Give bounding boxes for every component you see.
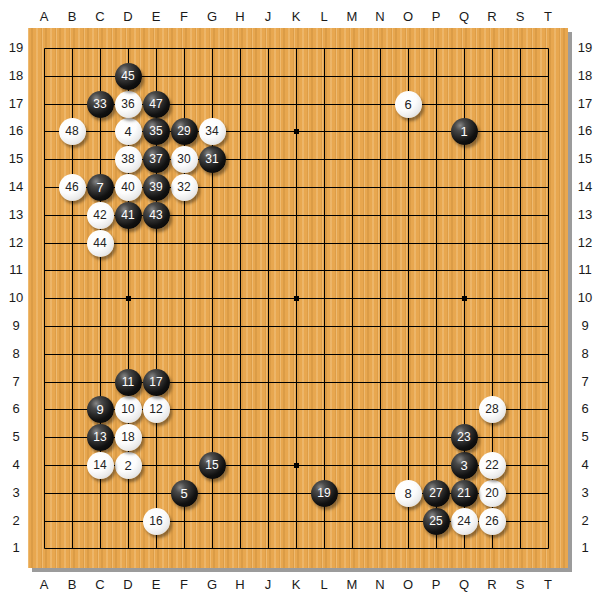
stone-white-q2[interactable]: 24 <box>451 508 478 535</box>
star-point-d10 <box>126 296 131 301</box>
column-label-bottom-L: L <box>310 577 338 593</box>
move-number: 19 <box>317 486 330 500</box>
row-label-right-15: 15 <box>572 151 598 167</box>
row-label-right-1: 1 <box>572 540 598 556</box>
move-number: 9 <box>96 402 103 417</box>
stone-white-f14[interactable]: 32 <box>171 174 198 201</box>
move-number: 12 <box>149 402 162 416</box>
move-number: 39 <box>149 180 162 194</box>
column-label-bottom-F: F <box>170 577 198 593</box>
column-label-top-S: S <box>506 9 534 25</box>
move-number: 48 <box>65 124 78 138</box>
stone-white-o3[interactable]: 8 <box>395 480 422 507</box>
move-number: 23 <box>457 430 470 444</box>
stone-black-p3[interactable]: 27 <box>423 480 450 507</box>
stone-black-c17[interactable]: 33 <box>87 91 114 118</box>
move-number: 37 <box>149 152 162 166</box>
column-label-bottom-E: E <box>142 577 170 593</box>
stone-white-b16[interactable]: 48 <box>59 118 86 145</box>
row-label-left-11: 11 <box>4 262 28 278</box>
row-label-left-4: 4 <box>4 457 28 473</box>
stone-black-c6[interactable]: 9 <box>87 396 114 423</box>
move-number: 42 <box>93 208 106 222</box>
column-label-top-F: F <box>170 9 198 25</box>
move-number: 18 <box>121 430 134 444</box>
stone-black-e13[interactable]: 43 <box>143 202 170 229</box>
column-label-top-Q: Q <box>450 9 478 25</box>
move-number: 17 <box>149 375 162 389</box>
row-label-left-14: 14 <box>4 179 28 195</box>
move-number: 22 <box>485 458 498 472</box>
stone-white-e6[interactable]: 12 <box>143 396 170 423</box>
row-label-right-14: 14 <box>572 179 598 195</box>
stone-black-e7[interactable]: 17 <box>143 369 170 396</box>
column-label-bottom-P: P <box>422 577 450 593</box>
move-number: 33 <box>93 97 106 111</box>
move-number: 44 <box>93 236 106 250</box>
star-point-k4 <box>294 463 299 468</box>
column-label-top-T: T <box>534 9 562 25</box>
stone-white-c13[interactable]: 42 <box>87 202 114 229</box>
stone-white-d17[interactable]: 36 <box>115 91 142 118</box>
row-label-right-6: 6 <box>572 401 598 417</box>
move-number: 40 <box>121 180 134 194</box>
stone-white-b14[interactable]: 46 <box>59 174 86 201</box>
column-label-bottom-S: S <box>506 577 534 593</box>
row-label-left-18: 18 <box>4 68 28 84</box>
move-number: 10 <box>121 402 134 416</box>
stone-white-e2[interactable]: 16 <box>143 508 170 535</box>
move-number: 3 <box>460 458 467 473</box>
row-label-right-11: 11 <box>572 262 598 278</box>
row-label-left-7: 7 <box>4 374 28 390</box>
column-label-bottom-A: A <box>30 577 58 593</box>
row-label-left-17: 17 <box>4 96 28 112</box>
column-label-bottom-K: K <box>282 577 310 593</box>
move-number: 8 <box>404 486 411 501</box>
move-number: 45 <box>121 69 134 83</box>
column-label-bottom-O: O <box>394 577 422 593</box>
move-number: 31 <box>205 152 218 166</box>
move-number: 4 <box>124 124 131 139</box>
column-label-top-P: P <box>422 9 450 25</box>
row-label-right-10: 10 <box>572 290 598 306</box>
column-label-top-G: G <box>198 9 226 25</box>
stone-black-g15[interactable]: 31 <box>199 146 226 173</box>
star-point-k16 <box>294 129 299 134</box>
row-label-right-13: 13 <box>572 207 598 223</box>
stone-white-r6[interactable]: 28 <box>479 396 506 423</box>
stone-white-d16[interactable]: 4 <box>115 118 142 145</box>
row-label-right-12: 12 <box>572 235 598 251</box>
column-label-bottom-G: G <box>198 577 226 593</box>
stone-white-d5[interactable]: 18 <box>115 424 142 451</box>
row-label-left-16: 16 <box>4 123 28 139</box>
stone-white-c4[interactable]: 14 <box>87 452 114 479</box>
stone-black-e14[interactable]: 39 <box>143 174 170 201</box>
column-label-top-O: O <box>394 9 422 25</box>
move-number: 35 <box>149 124 162 138</box>
column-label-bottom-R: R <box>478 577 506 593</box>
column-label-bottom-D: D <box>114 577 142 593</box>
go-board[interactable]: 1234567891011121314151617181920212223242… <box>28 28 568 568</box>
move-number: 43 <box>149 208 162 222</box>
stone-black-e16[interactable]: 35 <box>143 118 170 145</box>
stone-white-f15[interactable]: 30 <box>171 146 198 173</box>
row-label-right-7: 7 <box>572 374 598 390</box>
stone-black-g4[interactable]: 15 <box>199 452 226 479</box>
stone-black-q5[interactable]: 23 <box>451 424 478 451</box>
move-number: 30 <box>177 152 190 166</box>
column-label-bottom-H: H <box>226 577 254 593</box>
stone-white-o17[interactable]: 6 <box>395 91 422 118</box>
star-point-k10 <box>294 296 299 301</box>
row-label-right-4: 4 <box>572 457 598 473</box>
column-label-top-K: K <box>282 9 310 25</box>
move-number: 11 <box>122 375 134 389</box>
stone-white-g16[interactable]: 34 <box>199 118 226 145</box>
move-number: 1 <box>460 124 467 139</box>
stone-black-d18[interactable]: 45 <box>115 63 142 90</box>
move-number: 15 <box>205 458 218 472</box>
column-label-bottom-N: N <box>366 577 394 593</box>
stone-black-l3[interactable]: 19 <box>311 480 338 507</box>
column-label-top-D: D <box>114 9 142 25</box>
row-label-left-8: 8 <box>4 346 28 362</box>
row-label-left-12: 12 <box>4 235 28 251</box>
row-label-left-9: 9 <box>4 318 28 334</box>
move-number: 5 <box>180 486 187 501</box>
stone-black-e17[interactable]: 47 <box>143 91 170 118</box>
move-number: 7 <box>96 180 103 195</box>
column-label-top-J: J <box>254 9 282 25</box>
move-number: 21 <box>457 486 470 500</box>
move-number: 41 <box>121 208 134 222</box>
column-label-top-N: N <box>366 9 394 25</box>
row-label-left-19: 19 <box>4 40 28 56</box>
move-number: 25 <box>429 514 442 528</box>
go-diagram-page: ABCDEFGHJKLMNOPQRST ABCDEFGHJKLMNOPQRST … <box>0 0 600 600</box>
move-number: 29 <box>177 124 190 138</box>
stone-black-p2[interactable]: 25 <box>423 508 450 535</box>
move-number: 24 <box>457 514 470 528</box>
star-point-q10 <box>462 296 467 301</box>
column-label-top-C: C <box>86 9 114 25</box>
stone-white-d6[interactable]: 10 <box>115 396 142 423</box>
row-label-right-2: 2 <box>572 513 598 529</box>
stone-white-r3[interactable]: 20 <box>479 480 506 507</box>
move-number: 14 <box>93 458 106 472</box>
row-label-right-5: 5 <box>572 429 598 445</box>
row-label-left-6: 6 <box>4 401 28 417</box>
move-number: 27 <box>429 486 442 500</box>
row-label-right-16: 16 <box>572 123 598 139</box>
column-label-bottom-T: T <box>534 577 562 593</box>
row-label-left-5: 5 <box>4 429 28 445</box>
move-number: 32 <box>177 180 190 194</box>
move-number: 34 <box>205 124 218 138</box>
row-label-right-9: 9 <box>572 318 598 334</box>
row-label-right-18: 18 <box>572 68 598 84</box>
move-number: 36 <box>121 97 134 111</box>
column-label-bottom-B: B <box>58 577 86 593</box>
row-label-right-19: 19 <box>572 40 598 56</box>
move-number: 13 <box>93 430 106 444</box>
column-label-bottom-Q: Q <box>450 577 478 593</box>
stone-black-q16[interactable]: 1 <box>451 118 478 145</box>
column-label-top-E: E <box>142 9 170 25</box>
stone-white-c12[interactable]: 44 <box>87 230 114 257</box>
stone-white-r4[interactable]: 22 <box>479 452 506 479</box>
row-label-left-2: 2 <box>4 513 28 529</box>
stone-white-d4[interactable]: 2 <box>115 452 142 479</box>
stone-black-d7[interactable]: 11 <box>115 369 142 396</box>
move-number: 6 <box>404 97 411 112</box>
stone-black-f16[interactable]: 29 <box>171 118 198 145</box>
row-label-right-8: 8 <box>572 346 598 362</box>
row-label-left-10: 10 <box>4 290 28 306</box>
stone-black-c14[interactable]: 7 <box>87 174 114 201</box>
stone-black-e15[interactable]: 37 <box>143 146 170 173</box>
row-label-right-17: 17 <box>572 96 598 112</box>
column-label-top-A: A <box>30 9 58 25</box>
move-number: 46 <box>65 180 78 194</box>
move-number: 28 <box>485 402 498 416</box>
column-label-bottom-C: C <box>86 577 114 593</box>
move-number: 38 <box>121 152 134 166</box>
stone-black-q3[interactable]: 21 <box>451 480 478 507</box>
row-label-left-13: 13 <box>4 207 28 223</box>
stone-white-r2[interactable]: 26 <box>479 508 506 535</box>
stone-white-d14[interactable]: 40 <box>115 174 142 201</box>
stone-black-d13[interactable]: 41 <box>115 202 142 229</box>
stone-black-f3[interactable]: 5 <box>171 480 198 507</box>
move-number: 2 <box>124 458 131 473</box>
column-label-top-H: H <box>226 9 254 25</box>
row-label-right-3: 3 <box>572 485 598 501</box>
column-label-bottom-J: J <box>254 577 282 593</box>
column-label-top-L: L <box>310 9 338 25</box>
column-label-top-R: R <box>478 9 506 25</box>
row-label-left-1: 1 <box>4 540 28 556</box>
move-number: 16 <box>149 514 162 528</box>
stone-black-q4[interactable]: 3 <box>451 452 478 479</box>
move-number: 26 <box>485 514 498 528</box>
move-number: 47 <box>149 97 162 111</box>
stone-white-d15[interactable]: 38 <box>115 146 142 173</box>
row-label-left-3: 3 <box>4 485 28 501</box>
column-label-top-M: M <box>338 9 366 25</box>
column-label-bottom-M: M <box>338 577 366 593</box>
move-number: 20 <box>485 486 498 500</box>
column-label-top-B: B <box>58 9 86 25</box>
row-label-left-15: 15 <box>4 151 28 167</box>
stone-black-c5[interactable]: 13 <box>87 424 114 451</box>
